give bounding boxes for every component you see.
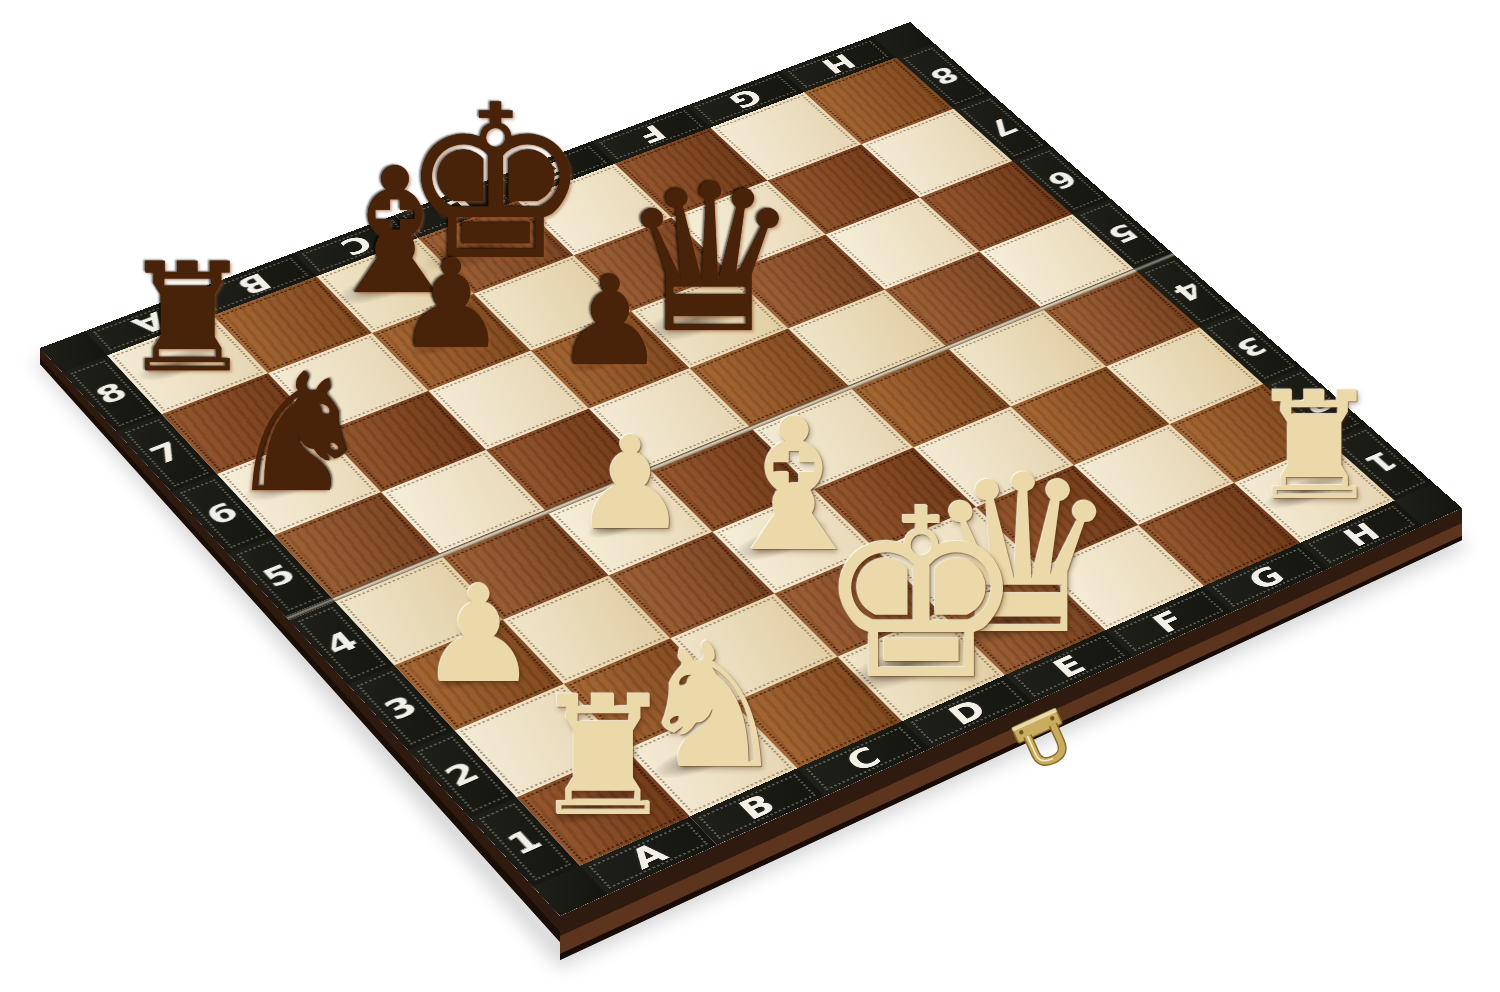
dark-pawn-c7[interactable]: ♟ [396,243,507,367]
white-pawn-a3[interactable]: ♟ [419,567,539,701]
white-king-d1[interactable]: ♚ [817,479,1026,713]
white-pawn-c4[interactable]: ♟ [573,420,688,549]
pieces-layer: ♚♝♛♟♟♜♞♜♟♝♛♚♟♞♜ [0,0,1500,992]
dark-knight-a6[interactable]: ♞ [226,352,373,516]
chess-set-photo: ABCDEFGH8877665544332211ABCDEFGH ♚♝♛♟♟♜♞… [0,0,1500,992]
white-rook-a1[interactable]: ♜ [529,675,677,840]
dark-pawn-d6[interactable]: ♟ [555,261,666,385]
white-rook-h1[interactable]: ♜ [1248,373,1381,522]
